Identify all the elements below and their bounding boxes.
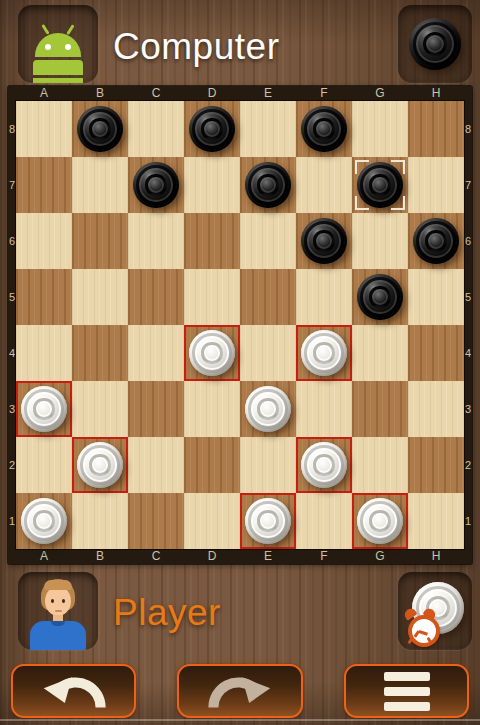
square-H4[interactable] xyxy=(408,325,464,381)
white-man-F4[interactable] xyxy=(301,330,347,376)
square-B4[interactable] xyxy=(72,325,128,381)
square-A8[interactable] xyxy=(16,101,72,157)
square-B1[interactable] xyxy=(72,493,128,549)
white-man-A1[interactable] xyxy=(21,498,67,544)
white-man-A3[interactable] xyxy=(21,386,67,432)
white-man-E1[interactable] xyxy=(245,498,291,544)
file-label-top-H: H xyxy=(408,86,464,101)
rank-labels-right: 87654321 xyxy=(464,101,472,549)
square-C8[interactable] xyxy=(128,101,184,157)
file-label-bottom-E: E xyxy=(240,549,296,564)
square-G2[interactable] xyxy=(352,437,408,493)
square-G1[interactable] xyxy=(352,493,408,549)
square-A4[interactable] xyxy=(16,325,72,381)
player-side-tile xyxy=(398,572,472,650)
square-F7[interactable] xyxy=(296,157,352,213)
square-H1[interactable] xyxy=(408,493,464,549)
square-F2[interactable] xyxy=(296,437,352,493)
square-G8[interactable] xyxy=(352,101,408,157)
checkers-app: Computer ABCDEFGH 87654321 87654321 ABCD… xyxy=(0,0,480,725)
rank-label-left-8: 8 xyxy=(8,101,16,157)
square-E8[interactable] xyxy=(240,101,296,157)
square-E6[interactable] xyxy=(240,213,296,269)
rank-label-left-1: 1 xyxy=(8,493,16,549)
square-B7[interactable] xyxy=(72,157,128,213)
file-label-bottom-F: F xyxy=(296,549,352,564)
rank-label-right-5: 5 xyxy=(464,269,472,325)
square-C2[interactable] xyxy=(128,437,184,493)
undo-button[interactable] xyxy=(11,664,136,718)
black-man-E7 xyxy=(245,162,291,208)
rank-label-left-7: 7 xyxy=(8,157,16,213)
square-A7[interactable] xyxy=(16,157,72,213)
file-label-top-G: G xyxy=(352,86,408,101)
board-grid xyxy=(16,101,464,549)
checkers-board: ABCDEFGH 87654321 87654321 ABCDEFGH xyxy=(8,86,472,564)
square-B3[interactable] xyxy=(72,381,128,437)
rank-label-left-4: 4 xyxy=(8,325,16,381)
square-G3[interactable] xyxy=(352,381,408,437)
file-label-bottom-D: D xyxy=(184,549,240,564)
redo-button[interactable] xyxy=(177,664,303,718)
rank-label-right-4: 4 xyxy=(464,325,472,381)
black-man-B8 xyxy=(77,106,123,152)
square-D3[interactable] xyxy=(184,381,240,437)
rank-label-left-5: 5 xyxy=(8,269,16,325)
square-A1[interactable] xyxy=(16,493,72,549)
black-checker-icon xyxy=(409,18,461,70)
square-C3[interactable] xyxy=(128,381,184,437)
square-C4[interactable] xyxy=(128,325,184,381)
rank-label-right-8: 8 xyxy=(464,101,472,157)
black-man-F6 xyxy=(301,218,347,264)
square-G6[interactable] xyxy=(352,213,408,269)
square-H7[interactable] xyxy=(408,157,464,213)
square-D1[interactable] xyxy=(184,493,240,549)
rank-label-right-7: 7 xyxy=(464,157,472,213)
undo-arrow-icon xyxy=(24,669,124,713)
square-F6[interactable] xyxy=(296,213,352,269)
player-name-label: Player xyxy=(113,592,221,634)
selection-corner-tl xyxy=(355,160,369,174)
alarm-clock-icon xyxy=(404,606,442,646)
player-avatar-tile xyxy=(18,572,98,650)
computer-side-tile xyxy=(398,5,472,83)
square-F8[interactable] xyxy=(296,101,352,157)
rank-label-left-3: 3 xyxy=(8,381,16,437)
selection-corner-br xyxy=(391,196,405,210)
black-man-G5 xyxy=(357,274,403,320)
square-H6[interactable] xyxy=(408,213,464,269)
square-E3[interactable] xyxy=(240,381,296,437)
rank-label-right-1: 1 xyxy=(464,493,472,549)
menu-button[interactable] xyxy=(344,664,469,718)
square-E2[interactable] xyxy=(240,437,296,493)
square-H8[interactable] xyxy=(408,101,464,157)
white-man-G1[interactable] xyxy=(357,498,403,544)
square-F3[interactable] xyxy=(296,381,352,437)
square-D6[interactable] xyxy=(184,213,240,269)
square-A3[interactable] xyxy=(16,381,72,437)
file-label-top-D: D xyxy=(184,86,240,101)
square-E1[interactable] xyxy=(240,493,296,549)
rank-label-left-6: 6 xyxy=(8,213,16,269)
player-avatar-icon xyxy=(18,572,98,650)
square-F4[interactable] xyxy=(296,325,352,381)
square-D2[interactable] xyxy=(184,437,240,493)
rank-labels-left: 87654321 xyxy=(8,101,16,549)
square-A2[interactable] xyxy=(16,437,72,493)
file-label-top-E: E xyxy=(240,86,296,101)
black-man-H6 xyxy=(413,218,459,264)
black-man-D8 xyxy=(189,106,235,152)
black-man-F8 xyxy=(301,106,347,152)
square-D4[interactable] xyxy=(184,325,240,381)
white-man-E3[interactable] xyxy=(245,386,291,432)
square-F5[interactable] xyxy=(296,269,352,325)
hamburger-menu-icon xyxy=(384,672,430,711)
square-D8[interactable] xyxy=(184,101,240,157)
file-label-top-A: A xyxy=(16,86,72,101)
black-man-C7 xyxy=(133,162,179,208)
square-E4[interactable] xyxy=(240,325,296,381)
file-labels-bottom: ABCDEFGH xyxy=(16,549,464,564)
square-B2[interactable] xyxy=(72,437,128,493)
file-label-bottom-A: A xyxy=(16,549,72,564)
square-D5[interactable] xyxy=(184,269,240,325)
square-H2[interactable] xyxy=(408,437,464,493)
file-labels-top: ABCDEFGH xyxy=(16,86,464,101)
square-C6[interactable] xyxy=(128,213,184,269)
rank-label-right-3: 3 xyxy=(464,381,472,437)
rank-label-right-2: 2 xyxy=(464,437,472,493)
rank-label-left-2: 2 xyxy=(8,437,16,493)
redo-arrow-icon xyxy=(190,669,290,713)
computer-avatar-tile xyxy=(18,5,98,83)
bottom-bevel-line xyxy=(0,719,480,721)
file-label-top-C: C xyxy=(128,86,184,101)
square-H5[interactable] xyxy=(408,269,464,325)
rank-label-right-6: 6 xyxy=(464,213,472,269)
file-label-bottom-B: B xyxy=(72,549,128,564)
square-A6[interactable] xyxy=(16,213,72,269)
file-label-bottom-G: G xyxy=(352,549,408,564)
square-G7[interactable] xyxy=(352,157,408,213)
file-label-top-F: F xyxy=(296,86,352,101)
white-man-D4[interactable] xyxy=(189,330,235,376)
square-H3[interactable] xyxy=(408,381,464,437)
file-label-top-B: B xyxy=(72,86,128,101)
computer-name-label: Computer xyxy=(113,26,279,68)
square-B5[interactable] xyxy=(72,269,128,325)
square-B8[interactable] xyxy=(72,101,128,157)
square-F1[interactable] xyxy=(296,493,352,549)
square-G5[interactable] xyxy=(352,269,408,325)
white-man-B2[interactable] xyxy=(77,442,123,488)
square-E7[interactable] xyxy=(240,157,296,213)
selection-corner-tr xyxy=(391,160,405,174)
square-A5[interactable] xyxy=(16,269,72,325)
file-label-bottom-C: C xyxy=(128,549,184,564)
square-C1[interactable] xyxy=(128,493,184,549)
square-G4[interactable] xyxy=(352,325,408,381)
square-B6[interactable] xyxy=(72,213,128,269)
square-C5[interactable] xyxy=(128,269,184,325)
square-E5[interactable] xyxy=(240,269,296,325)
square-C7[interactable] xyxy=(128,157,184,213)
square-D7[interactable] xyxy=(184,157,240,213)
white-man-F2[interactable] xyxy=(301,442,347,488)
android-robot-icon xyxy=(32,21,84,83)
file-label-bottom-H: H xyxy=(408,549,464,564)
selection-corner-bl xyxy=(355,196,369,210)
